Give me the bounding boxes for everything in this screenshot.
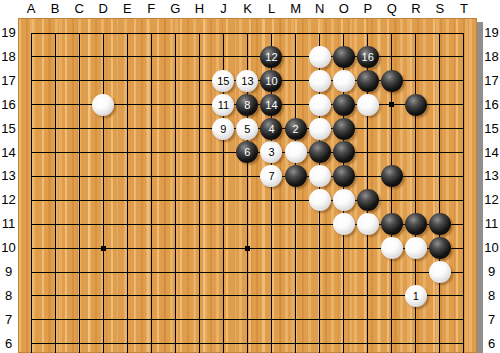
stone-white-P16 — [357, 94, 379, 116]
stone-white-N17 — [309, 70, 331, 92]
stone-black-O14 — [333, 141, 355, 163]
row-label-right-16: 16 — [483, 97, 500, 113]
row-label-left-8: 8 — [0, 288, 17, 304]
stone-white-N15 — [309, 118, 331, 140]
row-label-right-17: 17 — [483, 73, 500, 89]
stone-black-O13 — [333, 165, 355, 187]
stone-black-S11 — [429, 213, 451, 235]
column-label-S: S — [428, 1, 452, 17]
row-label-left-16: 16 — [0, 97, 17, 113]
move-number: 12 — [265, 46, 277, 68]
row-label-right-13: 13 — [483, 168, 500, 184]
row-label-right-19: 19 — [483, 25, 500, 41]
stone-white-N12 — [309, 189, 331, 211]
stone-black-R11 — [405, 213, 427, 235]
stone-white-K15: 5 — [236, 118, 258, 140]
column-label-B: B — [43, 1, 67, 17]
stone-black-M15: 2 — [285, 118, 307, 140]
row-label-left-7: 7 — [0, 312, 17, 328]
column-label-K: K — [235, 1, 259, 17]
stone-black-O15 — [333, 118, 355, 140]
row-label-right-6: 6 — [483, 336, 500, 352]
stone-white-J16: 11 — [212, 94, 234, 116]
column-label-Q: Q — [380, 1, 404, 17]
stone-white-D16 — [92, 94, 114, 116]
stone-black-N14 — [309, 141, 331, 163]
row-label-left-6: 6 — [0, 336, 17, 352]
row-label-left-17: 17 — [0, 73, 17, 89]
stone-white-Q10 — [381, 237, 403, 259]
stone-black-L15: 4 — [260, 118, 282, 140]
move-number: 8 — [244, 94, 250, 116]
stone-black-M13 — [285, 165, 307, 187]
move-number: 3 — [268, 141, 274, 163]
stone-white-L14: 3 — [260, 141, 282, 163]
stone-black-O16 — [333, 94, 355, 116]
row-label-left-11: 11 — [0, 216, 17, 232]
stone-black-S10 — [429, 237, 451, 259]
stone-white-L13: 7 — [260, 165, 282, 187]
row-label-right-14: 14 — [483, 145, 500, 161]
stone-black-R16 — [405, 94, 427, 116]
row-label-left-9: 9 — [0, 264, 17, 280]
stone-white-O12 — [333, 189, 355, 211]
row-label-right-18: 18 — [483, 49, 500, 65]
board-grid[interactable]: 12345678910111213141516 — [19, 21, 476, 353]
row-label-left-12: 12 — [0, 192, 17, 208]
stone-black-K16: 8 — [236, 94, 258, 116]
column-label-H: H — [187, 1, 211, 17]
stone-white-O11 — [333, 213, 355, 235]
row-label-right-7: 7 — [483, 312, 500, 328]
stone-white-K17: 13 — [236, 70, 258, 92]
stone-black-P12 — [357, 189, 379, 211]
stone-white-R10 — [405, 237, 427, 259]
stone-white-N16 — [309, 94, 331, 116]
move-number: 11 — [218, 94, 229, 116]
row-label-right-12: 12 — [483, 192, 500, 208]
stone-white-M14 — [285, 141, 307, 163]
column-label-N: N — [308, 1, 332, 17]
stone-black-K14: 6 — [236, 141, 258, 163]
row-label-left-19: 19 — [0, 25, 17, 41]
row-label-left-10: 10 — [0, 240, 17, 256]
move-number: 2 — [292, 118, 298, 140]
column-label-F: F — [139, 1, 163, 17]
column-label-C: C — [67, 1, 91, 17]
stone-white-N13 — [309, 165, 331, 187]
stone-white-J17: 15 — [212, 70, 234, 92]
move-number: 6 — [244, 141, 250, 163]
row-label-left-14: 14 — [0, 145, 17, 161]
column-label-M: M — [284, 1, 308, 17]
stone-white-O17 — [333, 70, 355, 92]
column-label-A: A — [19, 1, 43, 17]
row-label-left-18: 18 — [0, 49, 17, 65]
stone-black-Q11 — [381, 213, 403, 235]
stone-black-L17: 10 — [260, 70, 282, 92]
column-label-E: E — [115, 1, 139, 17]
stone-black-O18 — [333, 46, 355, 68]
stone-white-P11 — [357, 213, 379, 235]
column-label-L: L — [260, 1, 284, 17]
move-number: 16 — [362, 46, 374, 68]
move-number: 9 — [220, 118, 226, 140]
row-label-right-11: 11 — [483, 216, 500, 232]
row-label-right-9: 9 — [483, 264, 500, 280]
go-board-diagram: 12345678910111213141516 ABCDEFGHJKLMNOPQ… — [0, 0, 500, 353]
stone-black-Q13 — [381, 165, 403, 187]
move-number: 4 — [268, 118, 274, 140]
stone-black-P17 — [357, 70, 379, 92]
row-label-left-15: 15 — [0, 121, 17, 137]
row-label-right-10: 10 — [483, 240, 500, 256]
column-label-D: D — [91, 1, 115, 17]
stone-black-L16: 14 — [260, 94, 282, 116]
stone-white-N18 — [309, 46, 331, 68]
move-number: 1 — [413, 285, 419, 307]
stone-black-Q17 — [381, 70, 403, 92]
move-number: 13 — [241, 70, 253, 92]
row-label-right-15: 15 — [483, 121, 500, 137]
column-label-J: J — [211, 1, 235, 17]
move-number: 14 — [265, 94, 277, 116]
row-label-left-13: 13 — [0, 168, 17, 184]
move-number: 10 — [265, 70, 277, 92]
move-number: 7 — [268, 165, 274, 187]
column-label-O: O — [332, 1, 356, 17]
move-number: 15 — [217, 70, 229, 92]
stone-black-L18: 12 — [260, 46, 282, 68]
stone-white-J15: 9 — [212, 118, 234, 140]
column-label-P: P — [356, 1, 380, 17]
column-label-G: G — [163, 1, 187, 17]
column-label-R: R — [404, 1, 428, 17]
column-label-T: T — [452, 1, 476, 17]
row-label-right-8: 8 — [483, 288, 500, 304]
move-number: 5 — [244, 118, 250, 140]
stone-white-R8: 1 — [405, 285, 427, 307]
stone-black-P18: 16 — [357, 46, 379, 68]
stone-white-S9 — [429, 261, 451, 283]
